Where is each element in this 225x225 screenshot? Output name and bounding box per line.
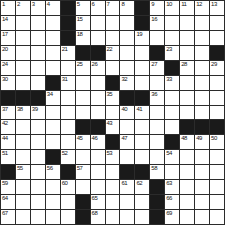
clue-number-14: 14	[2, 16, 8, 23]
cell-r1c13[interactable]	[195, 16, 209, 30]
cell-r7c13[interactable]	[195, 106, 209, 120]
clue-number-2: 2	[17, 1, 20, 8]
cell-r0c11[interactable]: 10	[165, 1, 179, 15]
cell-r11c7[interactable]	[106, 165, 120, 179]
clue-number-39: 39	[32, 106, 38, 113]
cell-r6c7[interactable]: 35	[106, 91, 120, 105]
block-cell-r11c4	[61, 165, 75, 179]
cell-r14c8[interactable]	[120, 210, 134, 224]
cell-r0c10[interactable]: 9	[150, 1, 164, 15]
clue-number-28: 28	[181, 61, 187, 68]
cell-r6c11[interactable]	[165, 91, 179, 105]
cell-r7c2[interactable]: 39	[31, 106, 45, 120]
clue-number-16: 16	[151, 16, 157, 23]
cell-r6c4[interactable]	[61, 91, 75, 105]
cell-r6c5[interactable]	[76, 91, 90, 105]
cell-r5c0[interactable]: 30	[1, 76, 15, 90]
clue-number-36: 36	[151, 91, 157, 98]
cell-r12c9[interactable]: 62	[135, 180, 149, 194]
clue-number-64: 64	[2, 195, 8, 202]
cell-r0c3[interactable]: 4	[46, 1, 60, 15]
cell-r10c0[interactable]: 51	[1, 150, 15, 164]
cell-r14c3[interactable]	[46, 210, 60, 224]
cell-r2c9[interactable]: 19	[135, 31, 149, 45]
clue-number-35: 35	[107, 91, 113, 98]
cell-r6c3[interactable]: 34	[46, 91, 60, 105]
block-cell-r13c5	[76, 195, 90, 209]
cell-r14c9[interactable]	[135, 210, 149, 224]
cell-r3c11[interactable]: 23	[165, 46, 179, 60]
block-cell-r0c9	[135, 1, 149, 15]
cell-r1c7[interactable]	[106, 16, 120, 30]
cell-r4c2[interactable]	[31, 61, 45, 75]
block-cell-r6c8	[120, 91, 134, 105]
cell-r7c10[interactable]	[150, 106, 164, 120]
cell-r11c6[interactable]	[91, 165, 105, 179]
cell-r0c6[interactable]: 6	[91, 1, 105, 15]
cell-r14c0[interactable]: 67	[1, 210, 15, 224]
cell-r8c7[interactable]: 43	[106, 120, 120, 134]
clue-number-21: 21	[62, 46, 68, 53]
cell-r11c12[interactable]	[180, 165, 194, 179]
clue-number-41: 41	[136, 106, 142, 113]
block-cell-r6c1	[16, 91, 30, 105]
cell-r3c2[interactable]	[31, 46, 45, 60]
cell-r14c1[interactable]	[16, 210, 30, 224]
clue-number-53: 53	[107, 150, 113, 157]
cell-r3c0[interactable]: 20	[1, 46, 15, 60]
cell-r13c9[interactable]	[135, 195, 149, 209]
block-cell-r6c9	[135, 91, 149, 105]
cell-r12c12[interactable]	[180, 180, 194, 194]
cell-r1c1[interactable]	[16, 16, 30, 30]
clue-number-60: 60	[62, 180, 68, 187]
clue-number-34: 34	[47, 91, 53, 98]
cell-r2c1[interactable]	[16, 31, 30, 45]
cell-r2c12[interactable]	[180, 31, 194, 45]
cell-r1c5[interactable]: 15	[76, 16, 90, 30]
cell-r4c13[interactable]	[195, 61, 209, 75]
block-cell-r9c11	[165, 135, 179, 149]
clue-number-55: 55	[17, 165, 23, 172]
cell-r13c12[interactable]	[180, 195, 194, 209]
cell-r2c0[interactable]: 17	[1, 31, 15, 45]
cell-r11c5[interactable]: 57	[76, 165, 90, 179]
cell-r8c10[interactable]	[150, 120, 164, 134]
cell-r10c7[interactable]: 53	[106, 150, 120, 164]
clue-number-25: 25	[77, 61, 83, 68]
cell-r4c8[interactable]	[120, 61, 134, 75]
cell-r14c6[interactable]: 68	[91, 210, 105, 224]
clue-number-62: 62	[136, 180, 142, 187]
cell-r5c6[interactable]	[91, 76, 105, 90]
clue-number-20: 20	[2, 46, 8, 53]
cell-r2c2[interactable]	[31, 31, 45, 45]
block-cell-r6c0	[1, 91, 15, 105]
cell-r1c11[interactable]	[165, 16, 179, 30]
cell-r11c11[interactable]	[165, 165, 179, 179]
cell-r4c14[interactable]: 29	[210, 61, 224, 75]
clue-number-24: 24	[2, 61, 8, 68]
cell-r12c8[interactable]: 61	[120, 180, 134, 194]
cell-r8c8[interactable]	[120, 120, 134, 134]
cell-r0c5[interactable]: 5	[76, 1, 90, 15]
clue-number-51: 51	[2, 150, 8, 157]
cell-r10c8[interactable]	[120, 150, 134, 164]
cell-r12c4[interactable]: 60	[61, 180, 75, 194]
cell-r1c10[interactable]: 16	[150, 16, 164, 30]
cell-r5c9[interactable]	[135, 76, 149, 90]
cell-r9c13[interactable]: 49	[195, 135, 209, 149]
clue-number-23: 23	[166, 46, 172, 53]
cell-r2c6[interactable]	[91, 31, 105, 45]
clue-number-29: 29	[211, 61, 217, 68]
cell-r0c7[interactable]: 7	[106, 1, 120, 15]
cell-r8c1[interactable]	[16, 120, 30, 134]
cell-r7c7[interactable]	[106, 106, 120, 120]
block-cell-r8c5	[76, 120, 90, 134]
cell-r4c6[interactable]: 26	[91, 61, 105, 75]
clue-number-4: 4	[47, 1, 50, 8]
clue-number-8: 8	[121, 1, 124, 8]
clue-number-58: 58	[151, 165, 157, 172]
cell-r0c0[interactable]: 1	[1, 1, 15, 15]
block-cell-r14c10	[150, 210, 164, 224]
clue-number-59: 59	[2, 180, 8, 187]
cell-r1c8[interactable]	[120, 16, 134, 30]
block-cell-r3c6	[91, 46, 105, 60]
cell-r14c4[interactable]	[61, 210, 75, 224]
block-cell-r3c14	[210, 46, 224, 60]
clue-number-6: 6	[92, 1, 95, 8]
clue-number-11: 11	[181, 1, 186, 8]
cell-r7c11[interactable]	[165, 106, 179, 120]
cell-r12c13[interactable]	[195, 180, 209, 194]
cell-r1c2[interactable]	[31, 16, 45, 30]
block-cell-r3c5	[76, 46, 90, 60]
clue-number-27: 27	[151, 61, 157, 68]
cell-r13c0[interactable]: 64	[1, 195, 15, 209]
clue-number-44: 44	[2, 135, 8, 142]
cell-r10c2[interactable]	[31, 150, 45, 164]
cell-r12c5[interactable]	[76, 180, 90, 194]
clue-number-57: 57	[77, 165, 83, 172]
cell-r3c12[interactable]	[180, 46, 194, 60]
cell-r3c13[interactable]	[195, 46, 209, 60]
cell-r5c2[interactable]	[31, 76, 45, 90]
clue-number-42: 42	[2, 120, 8, 127]
cell-r3c1[interactable]	[16, 46, 30, 60]
clue-number-54: 54	[166, 150, 172, 157]
clue-number-69: 69	[166, 210, 172, 217]
cell-r8c4[interactable]	[61, 120, 75, 134]
cell-r2c8[interactable]	[120, 31, 134, 45]
cell-r7c12[interactable]	[180, 106, 194, 120]
block-cell-r13c10	[150, 195, 164, 209]
clue-number-65: 65	[92, 195, 98, 202]
clue-number-45: 45	[77, 135, 83, 142]
cell-r7c0[interactable]: 37	[1, 106, 15, 120]
clue-number-31: 31	[62, 76, 68, 83]
cell-r10c13[interactable]	[195, 150, 209, 164]
cell-r13c4[interactable]	[61, 195, 75, 209]
clue-number-22: 22	[107, 46, 113, 53]
block-cell-r11c0	[1, 165, 15, 179]
cell-r2c5[interactable]: 18	[76, 31, 90, 45]
cell-r10c14[interactable]	[210, 150, 224, 164]
clue-number-18: 18	[77, 31, 83, 38]
clue-number-17: 17	[2, 31, 8, 38]
cell-r0c1[interactable]: 2	[16, 1, 30, 15]
cell-r10c4[interactable]: 52	[61, 150, 75, 164]
cell-r5c13[interactable]	[195, 76, 209, 90]
cell-r4c12[interactable]: 28	[180, 61, 194, 75]
cell-r7c6[interactable]	[91, 106, 105, 120]
clue-number-12: 12	[196, 1, 202, 8]
cell-r2c13[interactable]	[195, 31, 209, 45]
cell-r10c1[interactable]	[16, 150, 30, 164]
clue-number-47: 47	[121, 135, 127, 142]
block-cell-r11c8	[120, 165, 134, 179]
cell-r9c14[interactable]: 50	[210, 135, 224, 149]
block-cell-r8c12	[180, 120, 194, 134]
block-cell-r8c13	[195, 120, 209, 134]
cell-r3c4[interactable]: 21	[61, 46, 75, 60]
clue-number-5: 5	[77, 1, 80, 8]
cell-r9c2[interactable]	[31, 135, 45, 149]
clue-number-48: 48	[181, 135, 187, 142]
clue-number-33: 33	[166, 76, 172, 83]
block-cell-r8c6	[91, 120, 105, 134]
cell-r10c12[interactable]	[180, 150, 194, 164]
cell-r9c4[interactable]	[61, 135, 75, 149]
cell-r6c14[interactable]	[210, 91, 224, 105]
clue-number-46: 46	[92, 135, 98, 142]
block-cell-r11c9	[135, 165, 149, 179]
cell-r13c8[interactable]	[120, 195, 134, 209]
cell-r9c10[interactable]	[150, 135, 164, 149]
cell-r5c10[interactable]	[150, 76, 164, 90]
block-cell-r12c10	[150, 180, 164, 194]
cell-r3c3[interactable]	[46, 46, 60, 60]
cell-r1c14[interactable]	[210, 16, 224, 30]
block-cell-r1c4	[61, 16, 75, 30]
block-cell-r5c3	[46, 76, 60, 90]
cell-r12c11[interactable]: 63	[165, 180, 179, 194]
cell-r1c3[interactable]	[46, 16, 60, 30]
cell-r11c2[interactable]	[31, 165, 45, 179]
block-cell-r8c14	[210, 120, 224, 134]
cell-r10c5[interactable]	[76, 150, 90, 164]
cell-r6c10[interactable]: 36	[150, 91, 164, 105]
cell-r14c11[interactable]: 69	[165, 210, 179, 224]
cell-r1c12[interactable]	[180, 16, 194, 30]
cell-r7c3[interactable]	[46, 106, 60, 120]
cell-r0c2[interactable]: 3	[31, 1, 45, 15]
cell-r7c4[interactable]	[61, 106, 75, 120]
cell-r8c3[interactable]	[46, 120, 60, 134]
crossword-board: 1234567891011121314151617181920212223242…	[0, 0, 225, 225]
cell-r4c3[interactable]	[46, 61, 60, 75]
cell-r7c5[interactable]	[76, 106, 90, 120]
cell-r10c11[interactable]: 54	[165, 150, 179, 164]
clue-number-7: 7	[107, 1, 110, 8]
cell-r0c8[interactable]: 8	[120, 1, 134, 15]
cell-r14c12[interactable]	[180, 210, 194, 224]
block-cell-r5c7	[106, 76, 120, 90]
cell-r5c14[interactable]	[210, 76, 224, 90]
cell-r4c0[interactable]: 24	[1, 61, 15, 75]
cell-r13c11[interactable]: 66	[165, 195, 179, 209]
cell-r6c6[interactable]	[91, 91, 105, 105]
clue-number-56: 56	[47, 165, 53, 172]
cell-r11c13[interactable]	[195, 165, 209, 179]
cell-r10c9[interactable]	[135, 150, 149, 164]
clue-number-32: 32	[121, 76, 127, 83]
clue-number-52: 52	[62, 150, 68, 157]
clue-number-68: 68	[92, 210, 98, 217]
cell-r4c7[interactable]	[106, 61, 120, 75]
cell-r2c14[interactable]	[210, 31, 224, 45]
cell-r14c2[interactable]	[31, 210, 45, 224]
block-cell-r3c10	[150, 46, 164, 60]
block-cell-r9c7	[106, 135, 120, 149]
cell-r8c2[interactable]	[31, 120, 45, 134]
cell-r9c0[interactable]: 44	[1, 135, 15, 149]
cell-r8c11[interactable]	[165, 120, 179, 134]
block-cell-r2c4	[61, 31, 75, 45]
clue-number-9: 9	[151, 1, 154, 8]
clue-number-61: 61	[121, 180, 127, 187]
cell-r14c13[interactable]	[195, 210, 209, 224]
clue-number-10: 10	[166, 1, 172, 8]
block-cell-r0c4	[61, 1, 75, 15]
cell-r8c9[interactable]	[135, 120, 149, 134]
cell-r10c6[interactable]	[91, 150, 105, 164]
block-cell-r6c2	[31, 91, 45, 105]
clue-number-37: 37	[2, 106, 8, 113]
cell-r12c7[interactable]	[106, 180, 120, 194]
cell-r11c3[interactable]: 56	[46, 165, 60, 179]
cell-r11c1[interactable]: 55	[16, 165, 30, 179]
block-cell-r4c11	[165, 61, 179, 75]
block-cell-r1c9	[135, 16, 149, 30]
cell-r5c5[interactable]	[76, 76, 90, 90]
cell-r9c12[interactable]: 48	[180, 135, 194, 149]
cell-r0c13[interactable]: 12	[195, 1, 209, 15]
cell-r4c9[interactable]	[135, 61, 149, 75]
cell-r6c13[interactable]	[195, 91, 209, 105]
cell-r3c7[interactable]: 22	[106, 46, 120, 60]
cell-r2c3[interactable]	[46, 31, 60, 45]
cell-r12c2[interactable]	[31, 180, 45, 194]
clue-number-15: 15	[77, 16, 83, 23]
cell-r13c2[interactable]	[31, 195, 45, 209]
cell-r0c14[interactable]: 13	[210, 1, 224, 15]
cell-r4c4[interactable]	[61, 61, 75, 75]
cell-r13c13[interactable]	[195, 195, 209, 209]
cell-r11c14[interactable]	[210, 165, 224, 179]
cell-r13c1[interactable]	[16, 195, 30, 209]
cell-r9c1[interactable]	[16, 135, 30, 149]
cell-r13c3[interactable]	[46, 195, 60, 209]
cell-r9c9[interactable]	[135, 135, 149, 149]
clue-number-38: 38	[17, 106, 23, 113]
cell-r8c0[interactable]: 42	[1, 120, 15, 134]
cell-r5c4[interactable]: 31	[61, 76, 75, 90]
cell-r12c0[interactable]: 59	[1, 180, 15, 194]
cell-r12c1[interactable]	[16, 180, 30, 194]
cell-r10c10[interactable]	[150, 150, 164, 164]
clue-number-1: 1	[2, 1, 5, 8]
cell-r7c8[interactable]: 40	[120, 106, 134, 120]
cell-r13c6[interactable]: 65	[91, 195, 105, 209]
cell-r2c7[interactable]	[106, 31, 120, 45]
clue-number-30: 30	[2, 76, 8, 83]
cell-r12c14[interactable]	[210, 180, 224, 194]
cell-r5c8[interactable]: 32	[120, 76, 134, 90]
clue-number-40: 40	[121, 106, 127, 113]
clue-number-63: 63	[166, 180, 172, 187]
cell-r14c7[interactable]	[106, 210, 120, 224]
cell-r5c12[interactable]	[180, 76, 194, 90]
clue-number-13: 13	[211, 1, 217, 8]
cell-r7c9[interactable]: 41	[135, 106, 149, 120]
cell-r2c11[interactable]	[165, 31, 179, 45]
cell-r1c0[interactable]: 14	[1, 16, 15, 30]
cell-r9c5[interactable]: 45	[76, 135, 90, 149]
clue-number-50: 50	[211, 135, 217, 142]
clue-number-3: 3	[32, 1, 35, 8]
cell-r12c3[interactable]	[46, 180, 60, 194]
clue-number-19: 19	[136, 31, 142, 38]
cell-r7c1[interactable]: 38	[16, 106, 30, 120]
block-cell-r14c5	[76, 210, 90, 224]
cell-r14c14[interactable]	[210, 210, 224, 224]
cell-r6c12[interactable]	[180, 91, 194, 105]
cell-r5c11[interactable]: 33	[165, 76, 179, 90]
cell-r7c14[interactable]	[210, 106, 224, 120]
cell-r5c1[interactable]	[16, 76, 30, 90]
cell-r12c6[interactable]	[91, 180, 105, 194]
block-cell-r10c3	[46, 150, 60, 164]
cell-r3c9[interactable]	[135, 46, 149, 60]
cell-r13c7[interactable]	[106, 195, 120, 209]
clue-number-49: 49	[196, 135, 202, 142]
cell-r9c6[interactable]: 46	[91, 135, 105, 149]
cell-r0c12[interactable]: 11	[180, 1, 194, 15]
cell-r2c10[interactable]	[150, 31, 164, 45]
cell-r1c6[interactable]	[91, 16, 105, 30]
cell-r13c14[interactable]	[210, 195, 224, 209]
cell-r3c8[interactable]	[120, 46, 134, 60]
cell-r4c1[interactable]	[16, 61, 30, 75]
cell-r9c3[interactable]	[46, 135, 60, 149]
cell-r4c10[interactable]: 27	[150, 61, 164, 75]
cell-r11c10[interactable]: 58	[150, 165, 164, 179]
clue-number-67: 67	[2, 210, 8, 217]
cell-r4c5[interactable]: 25	[76, 61, 90, 75]
cell-r9c8[interactable]: 47	[120, 135, 134, 149]
clue-number-43: 43	[107, 120, 113, 127]
clue-number-26: 26	[92, 61, 98, 68]
clue-number-66: 66	[166, 195, 172, 202]
